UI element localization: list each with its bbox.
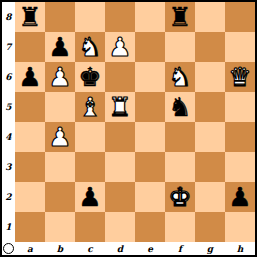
white-rook-d5: ♜ xyxy=(108,92,131,122)
square-e8[interactable] xyxy=(135,2,165,32)
square-c7[interactable]: ♞ xyxy=(75,32,105,62)
file-labels: abcdefgh xyxy=(15,242,255,255)
file-label-b: b xyxy=(45,242,75,255)
square-d2[interactable] xyxy=(105,182,135,212)
black-rook-f8: ♜ xyxy=(168,2,191,32)
square-g5[interactable] xyxy=(195,92,225,122)
square-c3[interactable] xyxy=(75,152,105,182)
rank-label-8: 8 xyxy=(2,2,15,32)
square-e4[interactable] xyxy=(135,122,165,152)
white-knight-f6: ♞ xyxy=(168,62,191,92)
black-rook-a8: ♜ xyxy=(18,2,41,32)
square-f3[interactable] xyxy=(165,152,195,182)
file-label-c: c xyxy=(75,242,105,255)
square-a2[interactable] xyxy=(15,182,45,212)
square-h6[interactable]: ♛ xyxy=(225,62,255,92)
square-e6[interactable] xyxy=(135,62,165,92)
square-c4[interactable] xyxy=(75,122,105,152)
square-g6[interactable] xyxy=(195,62,225,92)
file-label-g: g xyxy=(195,242,225,255)
rank-labels: 87654321 xyxy=(2,2,15,242)
file-label-e: e xyxy=(135,242,165,255)
square-h4[interactable] xyxy=(225,122,255,152)
black-pawn-h2: ♟ xyxy=(228,182,251,212)
square-b3[interactable] xyxy=(45,152,75,182)
white-queen-h6: ♛ xyxy=(228,62,251,92)
square-b1[interactable] xyxy=(45,212,75,242)
black-pawn-c2: ♟ xyxy=(78,182,101,212)
square-a1[interactable] xyxy=(15,212,45,242)
square-e5[interactable] xyxy=(135,92,165,122)
chess-diagram: 87654321 ♜♜♟♞♟♟♟♚♞♛♝♜♞♟♟♚♟ abcdefgh xyxy=(0,0,257,257)
square-d1[interactable] xyxy=(105,212,135,242)
square-d7[interactable]: ♟ xyxy=(105,32,135,62)
rank-label-4: 4 xyxy=(2,122,15,152)
rank-label-3: 3 xyxy=(2,152,15,182)
square-a6[interactable]: ♟ xyxy=(15,62,45,92)
square-g1[interactable] xyxy=(195,212,225,242)
square-b2[interactable] xyxy=(45,182,75,212)
move-indicator-corner xyxy=(2,242,15,255)
rank-label-2: 2 xyxy=(2,182,15,212)
black-king-c6: ♚ xyxy=(78,62,101,92)
square-g2[interactable] xyxy=(195,182,225,212)
square-d5[interactable]: ♜ xyxy=(105,92,135,122)
rank-label-1: 1 xyxy=(2,212,15,242)
square-g8[interactable] xyxy=(195,2,225,32)
square-g7[interactable] xyxy=(195,32,225,62)
white-bishop-c5: ♝ xyxy=(78,92,101,122)
rank-label-6: 6 xyxy=(2,62,15,92)
square-f7[interactable] xyxy=(165,32,195,62)
square-h2[interactable]: ♟ xyxy=(225,182,255,212)
white-king-f2: ♚ xyxy=(168,182,191,212)
square-c8[interactable] xyxy=(75,2,105,32)
square-e1[interactable] xyxy=(135,212,165,242)
white-knight-c7: ♞ xyxy=(78,32,101,62)
white-pawn-b4: ♟ xyxy=(48,122,71,152)
square-a3[interactable] xyxy=(15,152,45,182)
black-pawn-b7: ♟ xyxy=(48,32,71,62)
square-a5[interactable] xyxy=(15,92,45,122)
square-a4[interactable] xyxy=(15,122,45,152)
file-label-f: f xyxy=(165,242,195,255)
square-c2[interactable]: ♟ xyxy=(75,182,105,212)
file-label-a: a xyxy=(15,242,45,255)
square-c1[interactable] xyxy=(75,212,105,242)
square-d3[interactable] xyxy=(105,152,135,182)
square-h8[interactable] xyxy=(225,2,255,32)
black-pawn-a6: ♟ xyxy=(18,62,41,92)
square-d8[interactable] xyxy=(105,2,135,32)
square-f2[interactable]: ♚ xyxy=(165,182,195,212)
square-e7[interactable] xyxy=(135,32,165,62)
square-b6[interactable]: ♟ xyxy=(45,62,75,92)
square-e2[interactable] xyxy=(135,182,165,212)
white-pawn-b6: ♟ xyxy=(48,62,71,92)
square-b7[interactable]: ♟ xyxy=(45,32,75,62)
square-h3[interactable] xyxy=(225,152,255,182)
square-c5[interactable]: ♝ xyxy=(75,92,105,122)
square-f1[interactable] xyxy=(165,212,195,242)
square-f6[interactable]: ♞ xyxy=(165,62,195,92)
square-b5[interactable] xyxy=(45,92,75,122)
square-f8[interactable]: ♜ xyxy=(165,2,195,32)
square-f5[interactable]: ♞ xyxy=(165,92,195,122)
chess-board: ♜♜♟♞♟♟♟♚♞♛♝♜♞♟♟♚♟ xyxy=(15,2,255,242)
square-f4[interactable] xyxy=(165,122,195,152)
rank-label-5: 5 xyxy=(2,92,15,122)
white-pawn-d7: ♟ xyxy=(108,32,131,62)
square-a7[interactable] xyxy=(15,32,45,62)
black-knight-f5: ♞ xyxy=(168,92,191,122)
square-e3[interactable] xyxy=(135,152,165,182)
square-g4[interactable] xyxy=(195,122,225,152)
file-label-d: d xyxy=(105,242,135,255)
square-a8[interactable]: ♜ xyxy=(15,2,45,32)
square-d4[interactable] xyxy=(105,122,135,152)
rank-label-7: 7 xyxy=(2,32,15,62)
square-c6[interactable]: ♚ xyxy=(75,62,105,92)
square-g3[interactable] xyxy=(195,152,225,182)
square-d6[interactable] xyxy=(105,62,135,92)
square-b8[interactable] xyxy=(45,2,75,32)
square-h1[interactable] xyxy=(225,212,255,242)
file-label-h: h xyxy=(225,242,255,255)
square-h7[interactable] xyxy=(225,32,255,62)
square-b4[interactable]: ♟ xyxy=(45,122,75,152)
white-to-move-indicator xyxy=(3,243,14,254)
square-h5[interactable] xyxy=(225,92,255,122)
